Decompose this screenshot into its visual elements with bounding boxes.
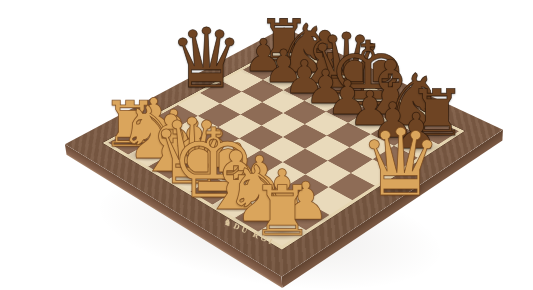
chess-product-photo: ♜♞♝♛♚♝♞♜♟♟♟♟♟♟♟♟♟♟♟♟♟♟♟♟♜♞♝♛♚♝♞♜♛♛ ♞ DU … [0, 0, 533, 290]
